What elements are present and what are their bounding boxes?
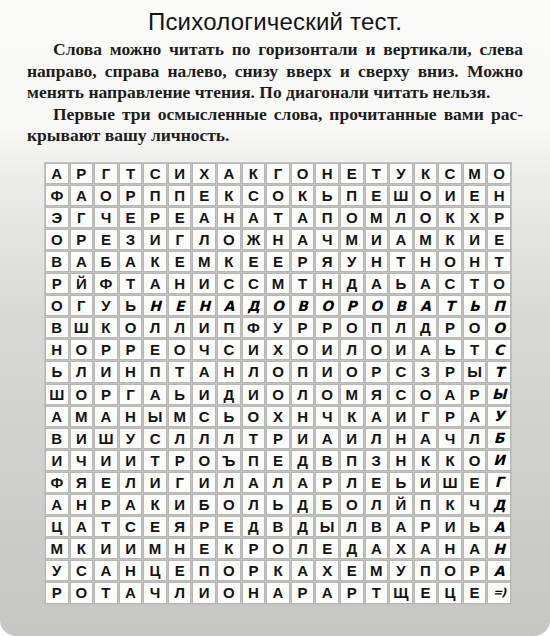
grid-cell: Л (217, 472, 241, 493)
grid-cell: К (242, 163, 266, 184)
grid-cell: О (414, 384, 438, 405)
grid-cell: Ь (389, 273, 413, 294)
grid-cell: Ф (242, 317, 266, 338)
grid-cell: Е (266, 450, 290, 471)
grid-cell: Е (217, 516, 241, 537)
grid-cell: Л (389, 317, 413, 338)
grid-cell: Р (70, 163, 94, 184)
grid-cell-handwritten: О (365, 295, 389, 316)
grid-cell: Н (414, 251, 438, 272)
grid-cell: М (463, 163, 487, 184)
grid-cell-handwritten: Д (242, 295, 266, 316)
grid-cell-handwritten: Т (487, 361, 511, 382)
grid-cell: Е (365, 185, 389, 206)
grid-cell: Ч (143, 582, 167, 603)
grid-cell: Л (463, 428, 487, 449)
grid-cell: Ч (315, 229, 339, 250)
grid-cell: О (487, 163, 511, 184)
grid-cell: Р (266, 428, 290, 449)
grid-cell: К (438, 450, 462, 471)
grid-cell: А (94, 406, 118, 427)
grid-cell: И (291, 428, 315, 449)
grid-cell: О (70, 582, 94, 603)
grid-cell-handwritten: Р (340, 295, 364, 316)
grid-cell: М (266, 273, 290, 294)
grid-cell: Н (315, 273, 339, 294)
grid-cell: С (438, 163, 462, 184)
grid-cell: П (414, 560, 438, 581)
grid-cell: М (192, 251, 216, 272)
grid-cell: Н (119, 361, 143, 382)
grid-cell: Н (463, 251, 487, 272)
grid-cell: З (365, 450, 389, 471)
grid-cell: С (217, 339, 241, 360)
grid-cell: Р (463, 384, 487, 405)
grid-cell: Е (315, 538, 339, 559)
grid-cell: К (143, 251, 167, 272)
grid-cell: И (119, 450, 143, 471)
grid-cell: Г (168, 472, 192, 493)
grid-cell: О (340, 361, 364, 382)
grid-cell: О (266, 361, 290, 382)
grid-cell: Л (192, 428, 216, 449)
grid-cell: Е (94, 472, 118, 493)
grid-cell: П (192, 560, 216, 581)
grid-cell: Ф (45, 185, 69, 206)
grid-cell: Н (45, 339, 69, 360)
grid-cell: Р (168, 450, 192, 471)
grid-cell: Р (291, 317, 315, 338)
grid-cell: Ь (438, 339, 462, 360)
grid-cell: К (438, 494, 462, 515)
grid-cell: Л (192, 229, 216, 250)
grid-cell: Д (242, 516, 266, 537)
grid-cell: Л (291, 538, 315, 559)
grid-cell-handwritten: А (217, 295, 241, 316)
grid-cell: И (463, 229, 487, 250)
grid-cell: Й (389, 494, 413, 515)
grid-cell: Р (340, 582, 364, 603)
grid-cell: Ы (315, 516, 339, 537)
grid-cell: А (119, 494, 143, 515)
grid-cell: П (315, 207, 339, 228)
grid-cell: Н (487, 185, 511, 206)
instructions-line: крывают вашу личность. (27, 125, 523, 147)
grid-cell: И (168, 494, 192, 515)
grid-cell: Т (119, 273, 143, 294)
grid-cell: М (365, 207, 389, 228)
instructions-line: направо, справа налево, снизу вверх и св… (27, 61, 523, 83)
grid-cell: А (242, 472, 266, 493)
grid-cell: Е (143, 516, 167, 537)
instructions: Слова можно читать по горизонтали и верт… (27, 39, 523, 147)
grid-cell: Н (217, 361, 241, 382)
page: Психологический тест. Слова можно читать… (0, 0, 550, 636)
grid-cell: Д (291, 450, 315, 471)
grid-cell: Л (70, 361, 94, 382)
grid-cell: И (94, 538, 118, 559)
grid-cell: С (119, 516, 143, 537)
grid-cell: М (365, 560, 389, 581)
grid-cell: Ь (45, 361, 69, 382)
grid-cell: Р (45, 582, 69, 603)
grid-cell-handwritten: Ы (487, 384, 511, 405)
grid-cell: Д (414, 317, 438, 338)
grid-cell: О (217, 582, 241, 603)
grid-cell: А (291, 560, 315, 581)
grid-cell: Е (168, 207, 192, 228)
grid-cell: Б (315, 494, 339, 515)
grid-cell: О (414, 207, 438, 228)
grid-cell: И (119, 538, 143, 559)
grid-cell: О (463, 450, 487, 471)
grid-cell: Е (340, 560, 364, 581)
grid-cell: Р (463, 560, 487, 581)
grid-cell: О (217, 494, 241, 515)
grid-cell: Н (365, 251, 389, 272)
grid-cell: К (414, 163, 438, 184)
grid-cell: В (45, 317, 69, 338)
grid-cell: М (340, 229, 364, 250)
grid-cell: А (315, 428, 339, 449)
grid-cell: Д (340, 273, 364, 294)
grid-cell: Т (463, 273, 487, 294)
instructions-line: Слова можно читать по горизонтали и верт… (27, 39, 523, 61)
grid-cell: П (365, 317, 389, 338)
grid-cell-handwritten: О (487, 317, 511, 338)
grid-cell: Х (266, 339, 290, 360)
grid-cell: А (45, 406, 69, 427)
grid-cell: П (340, 450, 364, 471)
grid-cell: П (168, 185, 192, 206)
grid-cell: И (192, 472, 216, 493)
grid-cell: Е (119, 207, 143, 228)
grid-cell: Ь (119, 295, 143, 316)
grid-cell: Ц (438, 582, 462, 603)
grid-cell: Т (168, 361, 192, 382)
grid-cell: П (340, 185, 364, 206)
grid-cell: А (94, 560, 118, 581)
grid-cell: О (463, 317, 487, 338)
grid-cell: Н (389, 450, 413, 471)
grid-cell: М (143, 538, 167, 559)
grid-cell: З (119, 229, 143, 250)
grid-cell-handwritten: Е (168, 295, 192, 316)
grid-cell: Л (291, 384, 315, 405)
grid-cell: У (94, 295, 118, 316)
grid-cell: Ь (266, 494, 290, 515)
grid-cell: Н (389, 428, 413, 449)
grid-cell: Р (438, 317, 462, 338)
grid-cell: Р (94, 494, 118, 515)
grid-cell: У (340, 251, 364, 272)
grid-cell: Х (315, 560, 339, 581)
grid-cell: Д (217, 384, 241, 405)
grid-cell: Я (70, 472, 94, 493)
grid-cell: Л (266, 472, 290, 493)
grid-cell: Е (143, 339, 167, 360)
grid-cell: О (340, 317, 364, 338)
grid-cell: Р (291, 251, 315, 272)
grid-cell: Р (143, 207, 167, 228)
grid-cell: И (242, 339, 266, 360)
grid-cell: Д (340, 538, 364, 559)
grid-cell: П (143, 361, 167, 382)
grid-cell: Е (340, 163, 364, 184)
grid-cell: А (143, 273, 167, 294)
grid-cell: Р (438, 406, 462, 427)
grid-cell: Б (192, 494, 216, 515)
grid-cell: Т (119, 163, 143, 184)
grid-cell: П (291, 361, 315, 382)
grid-cell: Н (168, 538, 192, 559)
grid-cell: Т (389, 251, 413, 272)
grid-cell: А (217, 163, 241, 184)
grid-cell: М (414, 229, 438, 250)
grid-cell: И (45, 450, 69, 471)
grid-cell: Ч (463, 494, 487, 515)
grid-cell: У (119, 428, 143, 449)
grid-cell: И (192, 317, 216, 338)
grid-cell: И (143, 472, 167, 493)
grid-cell: Ч (315, 406, 339, 427)
grid-cell: Т (94, 582, 118, 603)
grid-cell: К (291, 185, 315, 206)
grid-cell: С (217, 273, 241, 294)
grid-cell-handwritten: В (291, 295, 315, 316)
grid-cell: Г (266, 163, 290, 184)
grid-cell: Р (119, 339, 143, 360)
grid-cell: О (168, 339, 192, 360)
grid-cell: Н (70, 494, 94, 515)
grid-cell: К (217, 251, 241, 272)
grid-cell: В (45, 251, 69, 272)
grid-cell: Ш (70, 317, 94, 338)
grid-cell: Я (315, 251, 339, 272)
grid-cell: Щ (389, 582, 413, 603)
grid-cell: Ч (70, 450, 94, 471)
grid-cell: С (242, 185, 266, 206)
grid-cell: Р (315, 472, 339, 493)
grid-cell: Л (340, 339, 364, 360)
grid-cell: Л (365, 428, 389, 449)
grid-cell-handwritten: А (487, 516, 511, 537)
letter-grid: АРГТСИХАКГОНЕТУКСМОФАОРППЕКСОКЬПЕШОИЕНЭГ… (44, 162, 512, 605)
grid-cell: О (291, 163, 315, 184)
grid-cell-handwritten: А (414, 295, 438, 316)
grid-cell: Е (463, 582, 487, 603)
grid-cell: А (291, 207, 315, 228)
grid-cell: И (315, 361, 339, 382)
grid-cell-handwritten: С (487, 339, 511, 360)
grid-cell: Ц (45, 516, 69, 537)
grid-cell: И (168, 163, 192, 184)
grid-cell: С (192, 406, 216, 427)
grid-cell: С (438, 273, 462, 294)
grid-cell: А (242, 207, 266, 228)
grid-cell: М (45, 538, 69, 559)
grid-cell: С (143, 163, 167, 184)
grid-cell: М (340, 384, 364, 405)
page-title: Психологический тест. (0, 0, 550, 36)
grid-cell: Х (389, 538, 413, 559)
grid-cell: А (463, 538, 487, 559)
grid-cell: Ы (143, 406, 167, 427)
grid-cell: Р (242, 538, 266, 559)
grid-cell: С (143, 428, 167, 449)
grid-cell: В (45, 428, 69, 449)
grid-cell: А (266, 582, 290, 603)
grid-cell: Н (438, 538, 462, 559)
grid-cell: Е (168, 251, 192, 272)
grid-cell: П (242, 450, 266, 471)
grid-cell: Е (192, 538, 216, 559)
grid-cell: Р (119, 185, 143, 206)
grid-cell: Х (192, 163, 216, 184)
grid-cell-handwritten: А (487, 560, 511, 581)
grid-cell: О (70, 339, 94, 360)
grid-cell: Т (242, 428, 266, 449)
grid-cell: Г (168, 229, 192, 250)
grid-cell: А (45, 494, 69, 515)
instructions-line: Первые три осмысленные слова, прочитанны… (27, 104, 523, 126)
grid-cell: Я (365, 384, 389, 405)
grid-cell: Л (340, 516, 364, 537)
grid-cell: К (94, 317, 118, 338)
grid-cell: О (266, 538, 290, 559)
grid-cell: Р (487, 207, 511, 228)
grid-cell: А (389, 516, 413, 537)
grid-cell: Д (291, 494, 315, 515)
grid-cell: А (70, 251, 94, 272)
grid-cell: Е (487, 229, 511, 250)
grid-cell: Е (266, 251, 290, 272)
grid-cell-handwritten: Б (487, 428, 511, 449)
grid-cell: О (487, 273, 511, 294)
grid-cell: А (463, 406, 487, 427)
grid-cell: Н (217, 207, 241, 228)
grid-cell: Р (242, 560, 266, 581)
grid-cell: У (45, 560, 69, 581)
grid-cell: О (242, 406, 266, 427)
grid-cell: О (217, 229, 241, 250)
grid-cell: И (94, 450, 118, 471)
grid-cell: А (291, 229, 315, 250)
grid-cell: Е (463, 185, 487, 206)
grid-cell: У (389, 163, 413, 184)
grid-cell: Е (168, 560, 192, 581)
grid-cell: А (365, 406, 389, 427)
grid-cell: В (266, 516, 290, 537)
grid-cell: С (389, 361, 413, 382)
grid-cell: Н (315, 163, 339, 184)
grid-cell: Ъ (217, 450, 241, 471)
grid-cell: Л (340, 472, 364, 493)
grid-cell: А (192, 361, 216, 382)
grid-cell: К (266, 560, 290, 581)
grid-cell: И (192, 273, 216, 294)
grid-cell: О (45, 229, 69, 250)
grid-cell: О (340, 207, 364, 228)
grid-cell: И (192, 384, 216, 405)
grid-cell: Ш (438, 472, 462, 493)
grid-cell: Е (94, 229, 118, 250)
grid-cell: И (365, 229, 389, 250)
grid-cell: И (70, 428, 94, 449)
grid-cell: А (291, 472, 315, 493)
grid-cell: Ы (463, 361, 487, 382)
grid-cell: И (389, 406, 413, 427)
grid-cell: П (217, 317, 241, 338)
grid-cell: А (414, 428, 438, 449)
grid-cell: Н (119, 406, 143, 427)
grid-cell: Г (94, 163, 118, 184)
grid-cell: Р (45, 273, 69, 294)
grid-cell: Ш (389, 185, 413, 206)
grid-cell: Ж (242, 229, 266, 250)
grid-cell: Л (242, 361, 266, 382)
grid-cell: К (70, 538, 94, 559)
grid-cell: А (192, 207, 216, 228)
grid-cell: А (414, 273, 438, 294)
grid-cell-handwritten: О (266, 295, 290, 316)
grid-cell: Т (266, 207, 290, 228)
grid-cell: В (365, 516, 389, 537)
grid-cell: А (45, 163, 69, 184)
grid-cell: Л (119, 472, 143, 493)
grid-cell: Е (242, 251, 266, 272)
grid-cell: Ч (192, 339, 216, 360)
grid-cell: Л (365, 494, 389, 515)
grid-cell: Ф (45, 472, 69, 493)
grid-cell: О (94, 185, 118, 206)
grid-cell: О (438, 560, 462, 581)
grid-cell: Л (168, 582, 192, 603)
grid-cell: Л (168, 317, 192, 338)
grid-cell: Х (463, 207, 487, 228)
grid-cell: О (266, 185, 290, 206)
grid-cell: О (365, 339, 389, 360)
grid-cell: И (242, 384, 266, 405)
grid-cell: А (143, 384, 167, 405)
grid-cell: О (45, 295, 69, 316)
grid-cell: С (242, 273, 266, 294)
grid-cell: А (389, 229, 413, 250)
grid-cell: Х (266, 406, 290, 427)
grid-cell: А (365, 273, 389, 294)
grid-cell: К (438, 207, 462, 228)
grid-cell-handwritten: П (487, 295, 511, 316)
grid-cell: О (414, 185, 438, 206)
grid-cell: К (217, 185, 241, 206)
grid-cell: И (340, 428, 364, 449)
grid-cell: А (70, 185, 94, 206)
grid-cell: Я (168, 516, 192, 537)
grid-cell: Й (70, 273, 94, 294)
grid-cell: А (414, 538, 438, 559)
grid-cell-handwritten: Т (438, 295, 462, 316)
grid-cell: О (266, 384, 290, 405)
grid-cell: У (266, 317, 290, 338)
grid-cell: Р (192, 516, 216, 537)
grid-cell: Ч (438, 428, 462, 449)
grid-cell: А (70, 516, 94, 537)
grid-cell: Л (217, 428, 241, 449)
grid-cell: А (438, 384, 462, 405)
grid-cell: И (315, 339, 339, 360)
grid-cell: Ь (315, 185, 339, 206)
grid-cell: Ь (168, 384, 192, 405)
